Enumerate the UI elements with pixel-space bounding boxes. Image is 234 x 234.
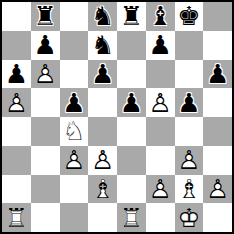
square-b6[interactable]: ♟♙ bbox=[31, 60, 60, 89]
square-f6[interactable] bbox=[146, 60, 175, 89]
white-pawn-icon: ♙ bbox=[31, 60, 60, 89]
piece-white-king: ♚♔ bbox=[175, 203, 204, 232]
chess-board: ♜♞♜♝♚♟♞♟♟♟♙♟♟♟♙♟♟♟♙♟♞♘♟♙♟♙♟♙♝♗♟♙♝♗♟♙♜♖♜♖… bbox=[2, 2, 232, 232]
square-e3[interactable] bbox=[117, 146, 146, 175]
piece-white-pawn: ♟♙ bbox=[175, 146, 204, 175]
square-d4[interactable] bbox=[88, 117, 117, 146]
black-pawn-icon: ♟ bbox=[31, 31, 60, 60]
square-g5[interactable]: ♟ bbox=[175, 88, 204, 117]
black-rook-icon: ♜ bbox=[31, 2, 60, 31]
piece-white-pawn: ♟♙ bbox=[146, 175, 175, 204]
piece-black-knight: ♞ bbox=[88, 31, 117, 60]
square-b3[interactable] bbox=[31, 146, 60, 175]
square-c1[interactable] bbox=[60, 203, 89, 232]
square-h8[interactable] bbox=[203, 2, 232, 31]
square-d7[interactable]: ♞ bbox=[88, 31, 117, 60]
square-d2[interactable]: ♝♗ bbox=[88, 175, 117, 204]
square-d1[interactable] bbox=[88, 203, 117, 232]
square-d5[interactable] bbox=[88, 88, 117, 117]
black-pawn-icon: ♟ bbox=[146, 31, 175, 60]
black-pawn-icon: ♟ bbox=[175, 88, 204, 117]
piece-black-pawn: ♟ bbox=[117, 88, 146, 117]
square-a6[interactable]: ♟ bbox=[2, 60, 31, 89]
square-e4[interactable] bbox=[117, 117, 146, 146]
black-pawn-icon: ♟ bbox=[203, 60, 232, 89]
black-pawn-icon: ♟ bbox=[60, 88, 89, 117]
black-pawn-icon: ♟ bbox=[117, 88, 146, 117]
square-h1[interactable] bbox=[203, 203, 232, 232]
square-f2[interactable]: ♟♙ bbox=[146, 175, 175, 204]
piece-black-pawn: ♟ bbox=[175, 88, 204, 117]
square-f7[interactable]: ♟ bbox=[146, 31, 175, 60]
white-pawn-icon: ♙ bbox=[88, 146, 117, 175]
square-a5[interactable]: ♟♙ bbox=[2, 88, 31, 117]
black-bishop-icon: ♝ bbox=[146, 2, 175, 31]
white-bishop-icon: ♗ bbox=[88, 175, 117, 204]
black-pawn-icon: ♟ bbox=[2, 60, 31, 89]
piece-white-pawn: ♟♙ bbox=[146, 88, 175, 117]
black-knight-icon: ♞ bbox=[88, 31, 117, 60]
black-pawn-icon: ♟ bbox=[88, 60, 117, 89]
white-bishop-icon: ♗ bbox=[175, 175, 204, 204]
square-g3[interactable]: ♟♙ bbox=[175, 146, 204, 175]
square-g6[interactable] bbox=[175, 60, 204, 89]
square-g1[interactable]: ♚♔ bbox=[175, 203, 204, 232]
white-rook-icon: ♖ bbox=[117, 203, 146, 232]
square-h3[interactable] bbox=[203, 146, 232, 175]
square-c2[interactable] bbox=[60, 175, 89, 204]
white-rook-icon: ♖ bbox=[2, 203, 31, 232]
square-d8[interactable]: ♞ bbox=[88, 2, 117, 31]
piece-white-knight: ♞♘ bbox=[60, 117, 89, 146]
square-a1[interactable]: ♜♖ bbox=[2, 203, 31, 232]
square-c3[interactable]: ♟♙ bbox=[60, 146, 89, 175]
piece-black-bishop: ♝ bbox=[146, 2, 175, 31]
white-king-icon: ♔ bbox=[175, 203, 204, 232]
white-pawn-icon: ♙ bbox=[175, 146, 204, 175]
square-c8[interactable] bbox=[60, 2, 89, 31]
square-f1[interactable] bbox=[146, 203, 175, 232]
square-h2[interactable]: ♟♙ bbox=[203, 175, 232, 204]
piece-black-rook: ♜ bbox=[31, 2, 60, 31]
black-king-icon: ♚ bbox=[175, 2, 204, 31]
piece-black-pawn: ♟ bbox=[2, 60, 31, 89]
square-b4[interactable] bbox=[31, 117, 60, 146]
piece-black-king: ♚ bbox=[175, 2, 204, 31]
white-pawn-icon: ♙ bbox=[203, 175, 232, 204]
square-a3[interactable] bbox=[2, 146, 31, 175]
white-pawn-icon: ♙ bbox=[146, 88, 175, 117]
square-g2[interactable]: ♝♗ bbox=[175, 175, 204, 204]
piece-white-bishop: ♝♗ bbox=[88, 175, 117, 204]
square-f3[interactable] bbox=[146, 146, 175, 175]
square-a8[interactable] bbox=[2, 2, 31, 31]
square-e7[interactable] bbox=[117, 31, 146, 60]
square-b8[interactable]: ♜ bbox=[31, 2, 60, 31]
square-d6[interactable]: ♟ bbox=[88, 60, 117, 89]
white-pawn-icon: ♙ bbox=[146, 175, 175, 204]
square-a2[interactable] bbox=[2, 175, 31, 204]
piece-black-pawn: ♟ bbox=[88, 60, 117, 89]
square-f4[interactable] bbox=[146, 117, 175, 146]
white-pawn-icon: ♙ bbox=[2, 88, 31, 117]
piece-black-pawn: ♟ bbox=[60, 88, 89, 117]
piece-black-pawn: ♟ bbox=[203, 60, 232, 89]
square-e2[interactable] bbox=[117, 175, 146, 204]
square-c6[interactable] bbox=[60, 60, 89, 89]
square-g8[interactable]: ♚ bbox=[175, 2, 204, 31]
square-h5[interactable] bbox=[203, 88, 232, 117]
square-b5[interactable] bbox=[31, 88, 60, 117]
black-rook-icon: ♜ bbox=[117, 2, 146, 31]
square-b7[interactable]: ♟ bbox=[31, 31, 60, 60]
black-knight-icon: ♞ bbox=[88, 2, 117, 31]
square-f5[interactable]: ♟♙ bbox=[146, 88, 175, 117]
piece-black-rook: ♜ bbox=[117, 2, 146, 31]
square-c4[interactable]: ♞♘ bbox=[60, 117, 89, 146]
square-e8[interactable]: ♜ bbox=[117, 2, 146, 31]
square-e5[interactable]: ♟ bbox=[117, 88, 146, 117]
piece-white-rook: ♜♖ bbox=[117, 203, 146, 232]
piece-white-rook: ♜♖ bbox=[2, 203, 31, 232]
square-b2[interactable] bbox=[31, 175, 60, 204]
piece-white-pawn: ♟♙ bbox=[31, 60, 60, 89]
square-h6[interactable]: ♟ bbox=[203, 60, 232, 89]
piece-white-pawn: ♟♙ bbox=[2, 88, 31, 117]
piece-white-pawn: ♟♙ bbox=[203, 175, 232, 204]
square-b1[interactable] bbox=[31, 203, 60, 232]
square-c5[interactable]: ♟ bbox=[60, 88, 89, 117]
square-c7[interactable] bbox=[60, 31, 89, 60]
square-e6[interactable] bbox=[117, 60, 146, 89]
square-f8[interactable]: ♝ bbox=[146, 2, 175, 31]
square-a7[interactable] bbox=[2, 31, 31, 60]
piece-white-pawn: ♟♙ bbox=[60, 146, 89, 175]
piece-black-pawn: ♟ bbox=[31, 31, 60, 60]
square-d3[interactable]: ♟♙ bbox=[88, 146, 117, 175]
white-knight-icon: ♘ bbox=[60, 117, 89, 146]
square-h4[interactable] bbox=[203, 117, 232, 146]
piece-white-pawn: ♟♙ bbox=[88, 146, 117, 175]
piece-white-bishop: ♝♗ bbox=[175, 175, 204, 204]
square-a4[interactable] bbox=[2, 117, 31, 146]
square-h7[interactable] bbox=[203, 31, 232, 60]
chess-board-frame: ♜♞♜♝♚♟♞♟♟♟♙♟♟♟♙♟♟♟♙♟♞♘♟♙♟♙♟♙♝♗♟♙♝♗♟♙♜♖♜♖… bbox=[0, 0, 234, 234]
square-e1[interactable]: ♜♖ bbox=[117, 203, 146, 232]
square-g7[interactable] bbox=[175, 31, 204, 60]
piece-black-knight: ♞ bbox=[88, 2, 117, 31]
piece-black-pawn: ♟ bbox=[146, 31, 175, 60]
square-g4[interactable] bbox=[175, 117, 204, 146]
white-pawn-icon: ♙ bbox=[60, 146, 89, 175]
